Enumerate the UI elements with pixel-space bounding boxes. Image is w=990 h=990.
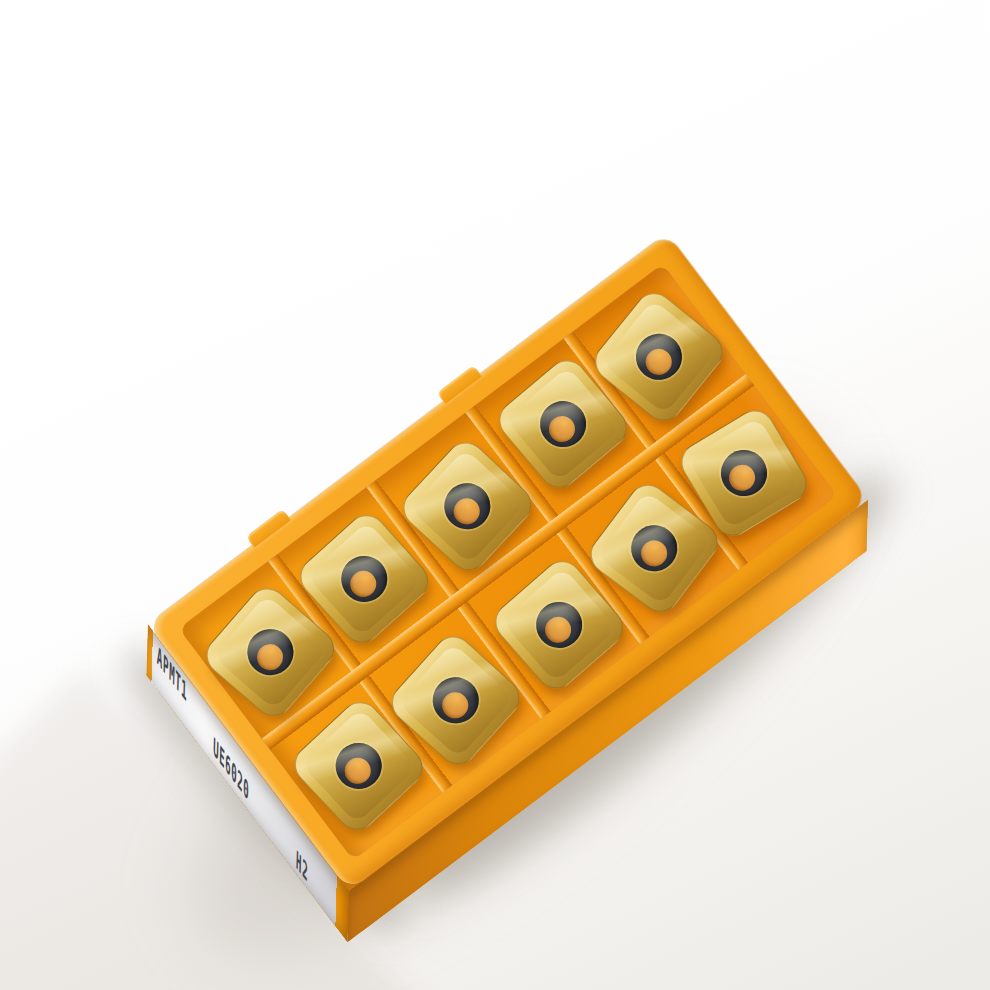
hole-through-floor: [252, 639, 289, 676]
insert-center-hole: [713, 441, 776, 504]
insert-center-hole: [332, 546, 397, 611]
hole-through-floor: [540, 611, 577, 648]
insert-center-hole: [435, 474, 500, 539]
photo-background: APMT1 UE6020 H2: [0, 0, 990, 990]
hole-through-floor: [641, 343, 678, 380]
hole-through-floor: [448, 493, 485, 530]
insert-center-hole: [530, 392, 595, 457]
insert-center-hole: [424, 668, 489, 733]
insert-center-hole: [622, 516, 686, 580]
insert-center-hole: [326, 734, 391, 799]
hole-through-floor: [339, 753, 376, 790]
hole-through-floor: [345, 565, 382, 602]
insert-center-hole: [527, 592, 592, 657]
hole-through-floor: [724, 460, 760, 496]
insert-box: APMT1 UE6020 H2: [148, 233, 868, 891]
insert-center-hole: [627, 324, 692, 389]
hole-through-floor: [636, 535, 672, 571]
hole-through-floor: [437, 687, 474, 724]
hole-through-floor: [543, 411, 580, 448]
insert-center-hole: [238, 620, 303, 685]
